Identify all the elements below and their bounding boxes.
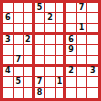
sudoku-cell-r8c3[interactable] — [24, 77, 35, 87]
sudoku-cell-r4c1[interactable]: 3 — [3, 35, 14, 45]
sudoku-cell-r9c4[interactable]: 8 — [35, 88, 46, 98]
sudoku-cell-r8c7[interactable] — [66, 77, 77, 87]
sudoku-cell-r9c6[interactable] — [56, 88, 67, 98]
sudoku-cell-r6c2[interactable]: 7 — [14, 56, 25, 67]
sudoku-cell-r4c7[interactable]: 6 — [66, 35, 77, 45]
sudoku-cell-r5c1[interactable] — [3, 45, 14, 55]
sudoku-cell-r5c7[interactable]: 9 — [66, 45, 77, 55]
sudoku-cell-r8c9[interactable] — [87, 77, 98, 87]
sudoku-board: 57621326974235718 — [0, 0, 101, 101]
sudoku-cell-r1c2[interactable] — [14, 3, 25, 13]
sudoku-cell-r3c6[interactable] — [56, 24, 67, 35]
sudoku-cell-r2c5[interactable]: 2 — [45, 13, 56, 23]
sudoku-cell-r2c7[interactable] — [66, 13, 77, 23]
sudoku-cell-r1c1[interactable] — [3, 3, 14, 13]
sudoku-cell-r8c4[interactable]: 7 — [35, 77, 46, 87]
sudoku-cell-r9c8[interactable] — [77, 88, 88, 98]
sudoku-cell-r6c5[interactable] — [45, 56, 56, 67]
sudoku-cell-r6c1[interactable] — [3, 56, 14, 67]
sudoku-cell-r8c2[interactable]: 5 — [14, 77, 25, 87]
sudoku-cell-r6c7[interactable] — [66, 56, 77, 67]
sudoku-cell-r3c1[interactable] — [3, 24, 14, 35]
sudoku-cell-r4c4[interactable] — [35, 35, 46, 45]
sudoku-cell-r8c5[interactable] — [45, 77, 56, 87]
sudoku-cell-r8c1[interactable] — [3, 77, 14, 87]
sudoku-cell-r5c4[interactable] — [35, 45, 46, 55]
sudoku-cell-r1c3[interactable] — [24, 3, 35, 13]
sudoku-cell-r7c1[interactable]: 4 — [3, 67, 14, 77]
sudoku-cell-r3c3[interactable] — [24, 24, 35, 35]
sudoku-cell-r3c7[interactable] — [66, 24, 77, 35]
sudoku-cell-r7c5[interactable] — [45, 67, 56, 77]
sudoku-cell-r9c9[interactable] — [87, 88, 98, 98]
sudoku-cell-r1c4[interactable]: 5 — [35, 3, 46, 13]
sudoku-cell-r3c4[interactable] — [35, 24, 46, 35]
sudoku-cell-r4c2[interactable] — [14, 35, 25, 45]
sudoku-cell-r1c8[interactable]: 7 — [77, 3, 88, 13]
sudoku-cell-r6c4[interactable] — [35, 56, 46, 67]
sudoku-cell-r5c9[interactable] — [87, 45, 98, 55]
sudoku-cell-r1c9[interactable] — [87, 3, 98, 13]
sudoku-cell-r9c3[interactable] — [24, 88, 35, 98]
sudoku-cell-r6c9[interactable] — [87, 56, 98, 67]
sudoku-cell-r7c3[interactable] — [24, 67, 35, 77]
sudoku-cell-r4c5[interactable] — [45, 35, 56, 45]
sudoku-cell-r1c6[interactable] — [56, 3, 67, 13]
sudoku-cell-r4c9[interactable] — [87, 35, 98, 45]
sudoku-cell-r2c2[interactable] — [14, 13, 25, 23]
sudoku-cell-r7c8[interactable] — [77, 67, 88, 77]
sudoku-cell-r2c9[interactable] — [87, 13, 98, 23]
sudoku-cell-r3c5[interactable] — [45, 24, 56, 35]
sudoku-cell-r3c9[interactable] — [87, 24, 98, 35]
sudoku-cell-r5c6[interactable] — [56, 45, 67, 55]
sudoku-cell-r4c3[interactable]: 2 — [24, 35, 35, 45]
sudoku-cell-r6c3[interactable] — [24, 56, 35, 67]
sudoku-cell-r6c6[interactable] — [56, 56, 67, 67]
sudoku-cell-r7c7[interactable]: 2 — [66, 67, 77, 77]
sudoku-cell-r7c2[interactable] — [14, 67, 25, 77]
sudoku-cell-r2c4[interactable] — [35, 13, 46, 23]
sudoku-cell-r7c9[interactable]: 3 — [87, 67, 98, 77]
sudoku-cell-r9c5[interactable] — [45, 88, 56, 98]
sudoku-cell-r5c3[interactable] — [24, 45, 35, 55]
sudoku-cell-r8c6[interactable]: 1 — [56, 77, 67, 87]
sudoku-cell-r4c6[interactable] — [56, 35, 67, 45]
sudoku-cell-r3c2[interactable] — [14, 24, 25, 35]
sudoku-cell-r3c8[interactable]: 1 — [77, 24, 88, 35]
sudoku-cell-r8c8[interactable] — [77, 77, 88, 87]
sudoku-cell-r2c6[interactable] — [56, 13, 67, 23]
sudoku-cell-r9c1[interactable] — [3, 88, 14, 98]
sudoku-cell-r9c7[interactable] — [66, 88, 77, 98]
sudoku-cell-r5c5[interactable] — [45, 45, 56, 55]
sudoku-cell-r2c1[interactable]: 6 — [3, 13, 14, 23]
sudoku-cell-r6c8[interactable] — [77, 56, 88, 67]
sudoku-cell-r1c7[interactable] — [66, 3, 77, 13]
sudoku-cell-r7c4[interactable] — [35, 67, 46, 77]
sudoku-cell-r4c8[interactable] — [77, 35, 88, 45]
sudoku-cell-r5c8[interactable] — [77, 45, 88, 55]
sudoku-cell-r2c3[interactable] — [24, 13, 35, 23]
sudoku-cell-r9c2[interactable] — [14, 88, 25, 98]
sudoku-cell-r7c6[interactable] — [56, 67, 67, 77]
sudoku-cell-r1c5[interactable] — [45, 3, 56, 13]
